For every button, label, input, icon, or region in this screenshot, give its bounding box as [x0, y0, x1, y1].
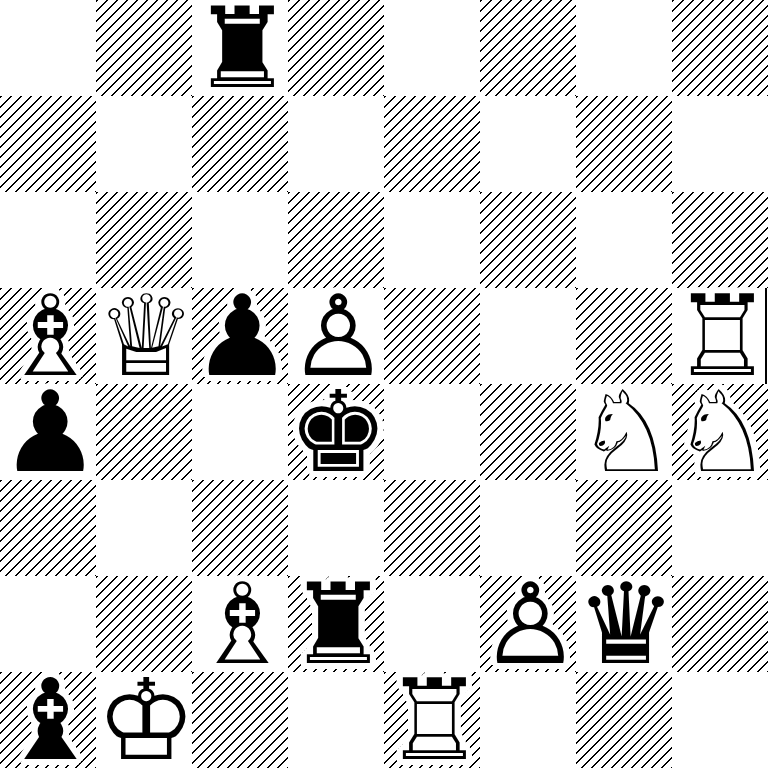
square-e7[interactable] — [384, 96, 480, 192]
square-b8[interactable] — [96, 0, 192, 96]
square-h1[interactable] — [672, 672, 768, 768]
piece-white-knight[interactable]: ♞♘ — [576, 384, 672, 480]
square-d2[interactable]: ♜♜ — [288, 576, 384, 672]
white-queen-glyph: ♕ — [96, 288, 196, 384]
piece-black-king[interactable]: ♚♚ — [288, 384, 384, 480]
white-knight-glyph: ♘ — [672, 384, 768, 480]
piece-black-pawn[interactable]: ♟♟ — [0, 384, 96, 480]
square-g4[interactable]: ♞♘ — [576, 384, 672, 480]
piece-black-rook[interactable]: ♜♜ — [192, 0, 288, 96]
black-rook-glyph: ♜ — [288, 576, 388, 672]
piece-white-knight[interactable]: ♞♘ — [672, 384, 768, 480]
piece-white-queen[interactable]: ♛♕ — [96, 288, 192, 384]
square-g1[interactable] — [576, 672, 672, 768]
square-g8[interactable] — [576, 0, 672, 96]
black-king-glyph: ♚ — [288, 384, 388, 480]
square-d1[interactable] — [288, 672, 384, 768]
white-king-glyph: ♔ — [96, 672, 196, 768]
square-a1[interactable]: ♝♝ — [0, 672, 96, 768]
white-bishop-glyph: ♗ — [192, 576, 292, 672]
square-g7[interactable] — [576, 96, 672, 192]
piece-white-pawn[interactable]: ♟♙ — [480, 576, 576, 672]
piece-white-bishop[interactable]: ♝♗ — [192, 576, 288, 672]
black-rook-glyph: ♜ — [192, 0, 292, 96]
square-e5[interactable] — [384, 288, 480, 384]
square-a7[interactable] — [0, 96, 96, 192]
chess-board: ♜♜♝♗♛♕♟♟♟♙♜♖♟♟♚♚♞♘♞♘♝♗♜♜♟♙♛♛♝♝♚♔♜♖ — [0, 0, 768, 768]
square-c5[interactable]: ♟♟ — [192, 288, 288, 384]
square-d4[interactable]: ♚♚ — [288, 384, 384, 480]
square-f6[interactable] — [480, 192, 576, 288]
square-e4[interactable] — [384, 384, 480, 480]
square-b7[interactable] — [96, 96, 192, 192]
square-f7[interactable] — [480, 96, 576, 192]
square-a4[interactable]: ♟♟ — [0, 384, 96, 480]
white-rook-glyph: ♖ — [384, 672, 484, 768]
square-d7[interactable] — [288, 96, 384, 192]
square-f4[interactable] — [480, 384, 576, 480]
square-b1[interactable]: ♚♔ — [96, 672, 192, 768]
piece-black-bishop[interactable]: ♝♝ — [0, 672, 96, 768]
black-pawn-glyph: ♟ — [0, 384, 100, 480]
square-h2[interactable] — [672, 576, 768, 672]
square-c4[interactable] — [192, 384, 288, 480]
square-g6[interactable] — [576, 192, 672, 288]
square-f5[interactable] — [480, 288, 576, 384]
square-c8[interactable]: ♜♜ — [192, 0, 288, 96]
square-a3[interactable] — [0, 480, 96, 576]
black-pawn-glyph: ♟ — [192, 288, 292, 384]
piece-white-king[interactable]: ♚♔ — [96, 672, 192, 768]
square-c2[interactable]: ♝♗ — [192, 576, 288, 672]
square-f1[interactable] — [480, 672, 576, 768]
square-h8[interactable] — [672, 0, 768, 96]
square-a8[interactable] — [0, 0, 96, 96]
square-d8[interactable] — [288, 0, 384, 96]
square-g2[interactable]: ♛♛ — [576, 576, 672, 672]
black-bishop-glyph: ♝ — [0, 672, 100, 768]
square-e6[interactable] — [384, 192, 480, 288]
square-b3[interactable] — [96, 480, 192, 576]
square-e8[interactable] — [384, 0, 480, 96]
white-pawn-glyph: ♙ — [480, 576, 580, 672]
square-e1[interactable]: ♜♖ — [384, 672, 480, 768]
square-b4[interactable] — [96, 384, 192, 480]
square-b5[interactable]: ♛♕ — [96, 288, 192, 384]
square-h4[interactable]: ♞♘ — [672, 384, 768, 480]
piece-black-rook[interactable]: ♜♜ — [288, 576, 384, 672]
square-c7[interactable] — [192, 96, 288, 192]
piece-black-queen[interactable]: ♛♛ — [576, 576, 672, 672]
square-c1[interactable] — [192, 672, 288, 768]
square-e3[interactable] — [384, 480, 480, 576]
square-h3[interactable] — [672, 480, 768, 576]
white-knight-glyph: ♘ — [576, 384, 676, 480]
square-h7[interactable] — [672, 96, 768, 192]
square-f2[interactable]: ♟♙ — [480, 576, 576, 672]
black-queen-glyph: ♛ — [576, 576, 676, 672]
piece-black-pawn[interactable]: ♟♟ — [192, 288, 288, 384]
piece-white-rook[interactable]: ♜♖ — [384, 672, 480, 768]
square-f8[interactable] — [480, 0, 576, 96]
